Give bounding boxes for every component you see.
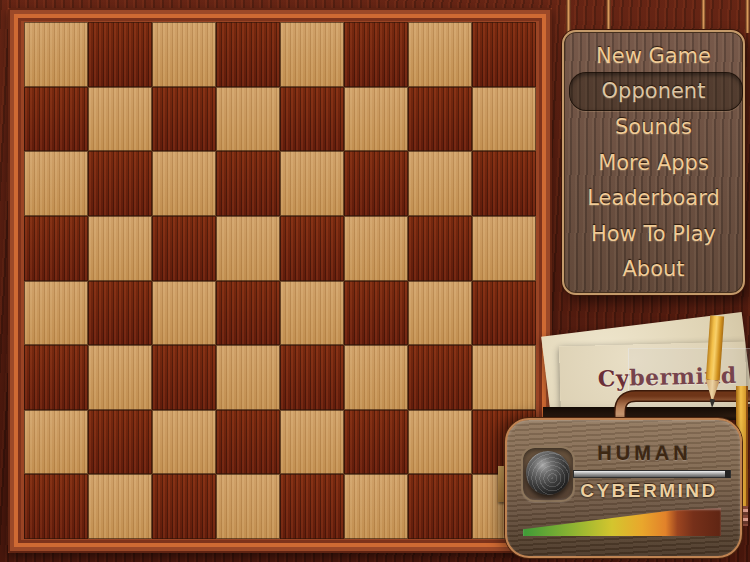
menu-list: New Game Opponent Sounds More Apps Leade… [564, 38, 743, 287]
board-square[interactable] [152, 474, 216, 539]
board-square[interactable] [24, 345, 88, 410]
board-square[interactable] [472, 22, 536, 87]
pencil-lead-tip [709, 399, 716, 408]
board-square[interactable] [408, 151, 472, 216]
board-square[interactable] [344, 216, 408, 281]
board-square[interactable] [216, 151, 280, 216]
board-square[interactable] [408, 281, 472, 346]
board-square[interactable] [24, 216, 88, 281]
board-square[interactable] [344, 474, 408, 539]
menu-item-more-apps[interactable]: More Apps [564, 145, 743, 181]
menu-item-sounds[interactable]: Sounds [564, 109, 743, 145]
board-square[interactable] [216, 22, 280, 87]
board-square[interactable] [344, 22, 408, 87]
board-square[interactable] [280, 216, 344, 281]
board-square[interactable] [216, 474, 280, 539]
board-square[interactable] [408, 22, 472, 87]
board-square[interactable] [24, 474, 88, 539]
board-square[interactable] [88, 216, 152, 281]
board-square[interactable] [216, 216, 280, 281]
board-square[interactable] [344, 87, 408, 152]
board-square[interactable] [472, 87, 536, 152]
checkers-board-grid[interactable] [24, 22, 536, 539]
board-square[interactable] [24, 151, 88, 216]
board-square[interactable] [24, 281, 88, 346]
board-square[interactable] [24, 22, 88, 87]
board-square[interactable] [88, 345, 152, 410]
board-square[interactable] [88, 410, 152, 475]
board-square[interactable] [408, 216, 472, 281]
copper-rod [745, 0, 750, 33]
board-square[interactable] [472, 345, 536, 410]
difficulty-meter[interactable] [523, 508, 721, 536]
board-square[interactable] [280, 151, 344, 216]
board-square[interactable] [152, 281, 216, 346]
board-square[interactable] [216, 87, 280, 152]
board-square[interactable] [24, 87, 88, 152]
main-menu-panel: New Game Opponent Sounds More Apps Leade… [562, 30, 745, 295]
menu-item-how-to-play[interactable]: How To Play [564, 216, 743, 252]
board-square[interactable] [280, 87, 344, 152]
board-square[interactable] [408, 345, 472, 410]
board-square[interactable] [88, 22, 152, 87]
copper-rod [606, 0, 611, 33]
board-square[interactable] [152, 345, 216, 410]
copper-rod [566, 0, 571, 33]
board-square[interactable] [88, 474, 152, 539]
menu-item-leaderboard[interactable]: Leaderboard [564, 180, 743, 216]
board-square[interactable] [280, 281, 344, 346]
human-label: HUMAN [577, 442, 712, 465]
board-square[interactable] [216, 410, 280, 475]
board-square[interactable] [280, 410, 344, 475]
opponent-selector-panel: HUMAN CYBERMIND [505, 418, 742, 558]
board-square[interactable] [408, 87, 472, 152]
board-square[interactable] [344, 410, 408, 475]
copper-rod [701, 0, 706, 33]
black-stone-piece[interactable] [526, 451, 570, 495]
board-square[interactable] [88, 281, 152, 346]
board-square[interactable] [472, 151, 536, 216]
menu-item-about[interactable]: About [564, 251, 743, 287]
board-square[interactable] [408, 474, 472, 539]
board-square[interactable] [152, 22, 216, 87]
board-square[interactable] [216, 345, 280, 410]
board-square[interactable] [344, 151, 408, 216]
board-square[interactable] [408, 410, 472, 475]
board-square[interactable] [280, 345, 344, 410]
board-square[interactable] [280, 22, 344, 87]
board-square[interactable] [344, 281, 408, 346]
menu-item-opponent[interactable]: Opponent [564, 74, 743, 110]
board-square[interactable] [472, 281, 536, 346]
board-square[interactable] [216, 281, 280, 346]
board-square[interactable] [88, 87, 152, 152]
board-square[interactable] [472, 216, 536, 281]
board-square[interactable] [152, 151, 216, 216]
board-square[interactable] [152, 87, 216, 152]
board-square[interactable] [280, 474, 344, 539]
board-square[interactable] [24, 410, 88, 475]
opponent-slider-track[interactable] [573, 470, 731, 478]
board-square[interactable] [344, 345, 408, 410]
cybermind-label: CYBERMIND [565, 480, 733, 502]
board-square[interactable] [88, 151, 152, 216]
board-square[interactable] [152, 216, 216, 281]
menu-item-new-game[interactable]: New Game [564, 38, 743, 74]
board-square[interactable] [152, 410, 216, 475]
app-screen: New Game Opponent Sounds More Apps Leade… [0, 0, 750, 562]
checkers-board [8, 8, 552, 553]
